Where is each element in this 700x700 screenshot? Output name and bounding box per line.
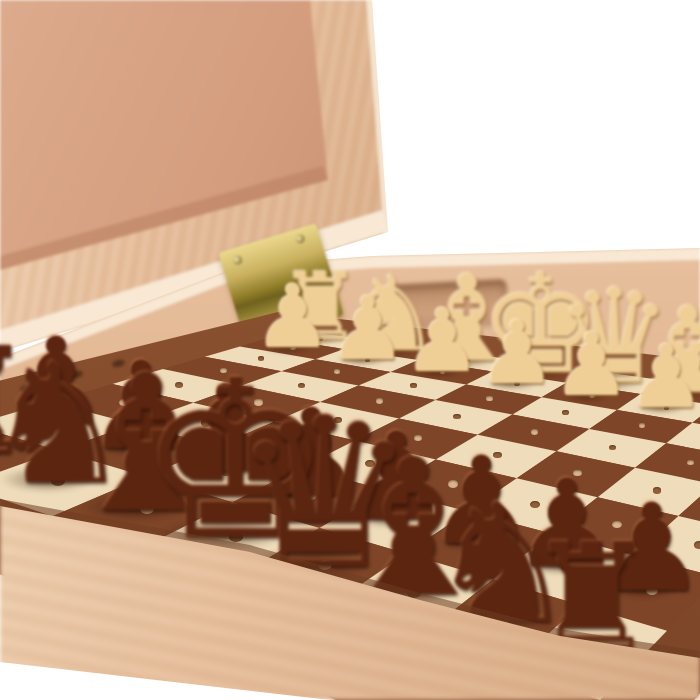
white-pawn-c2: ♟ bbox=[627, 334, 700, 422]
white-pawn-d2: ♟ bbox=[553, 322, 631, 410]
white-pawn-g2: ♟ bbox=[328, 286, 406, 374]
white-pawn-e2: ♟ bbox=[478, 310, 556, 398]
travel-chess-set-photo: ♜♞♝♛♚♝♞♜♟♟♟♟♟♟♟♟♟♟♟♟♟♟♟♟♜♞♝♛♚♝♞♜ bbox=[0, 0, 700, 700]
